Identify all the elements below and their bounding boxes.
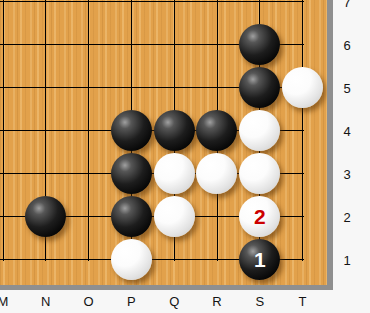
column-label-N: N [41, 294, 50, 309]
black-stone-Q4 [154, 110, 195, 151]
column-label-R: R [212, 294, 221, 309]
row-label-2: 2 [343, 209, 350, 224]
row-label-6: 6 [343, 37, 350, 52]
intersection-S6 [238, 23, 281, 66]
intersection-R4 [196, 109, 239, 152]
column-label-O: O [84, 294, 94, 309]
white-stone-P1 [111, 239, 152, 280]
intersection-P3 [110, 152, 153, 195]
white-stone-S3 [239, 153, 280, 194]
black-stone-R4 [196, 110, 237, 151]
white-stone-Q2 [154, 196, 195, 237]
intersection-N2 [24, 195, 67, 238]
black-stone-P4 [111, 110, 152, 151]
intersection-P1 [110, 238, 153, 281]
black-stone-S6 [239, 24, 280, 65]
white-stone-T5 [282, 67, 323, 108]
intersection-S4 [238, 109, 281, 152]
intersection-Q2 [153, 195, 196, 238]
white-stone-S4 [239, 110, 280, 151]
move-number-label-2: 2 [254, 206, 266, 227]
go-board-diagram: 21 MNOPQRST 7654321 [0, 0, 370, 313]
row-label-1: 1 [343, 252, 350, 267]
white-stone-S2: 2 [239, 196, 280, 237]
intersection-Q4 [153, 109, 196, 152]
board-edge-bottom-shadow [0, 285, 333, 290]
intersection-P2 [110, 195, 153, 238]
intersection-S2: 2 [238, 195, 281, 238]
black-stone-N2 [25, 196, 66, 237]
intersection-R3 [196, 152, 239, 195]
intersection-S1: 1 [238, 238, 281, 281]
black-stone-P3 [111, 153, 152, 194]
black-stone-S5 [239, 67, 280, 108]
intersection-S5 [238, 66, 281, 109]
intersection-Q3 [153, 152, 196, 195]
white-stone-R3 [196, 153, 237, 194]
black-stone-S1: 1 [239, 239, 280, 280]
row-label-3: 3 [343, 166, 350, 181]
column-label-P: P [127, 294, 136, 309]
move-number-label-1: 1 [254, 249, 266, 270]
intersection-S3 [238, 152, 281, 195]
stones-layer: 21 [0, 0, 324, 281]
black-stone-P2 [111, 196, 152, 237]
row-label-7: 7 [343, 0, 350, 9]
row-label-5: 5 [343, 80, 350, 95]
column-label-T: T [299, 294, 307, 309]
white-stone-Q3 [154, 153, 195, 194]
row-label-4: 4 [343, 123, 350, 138]
column-label-M: M [0, 294, 8, 309]
intersection-T5 [281, 66, 324, 109]
intersection-P4 [110, 109, 153, 152]
column-label-Q: Q [169, 294, 179, 309]
board-edge-right-shadow [327, 0, 333, 290]
column-label-S: S [255, 294, 264, 309]
